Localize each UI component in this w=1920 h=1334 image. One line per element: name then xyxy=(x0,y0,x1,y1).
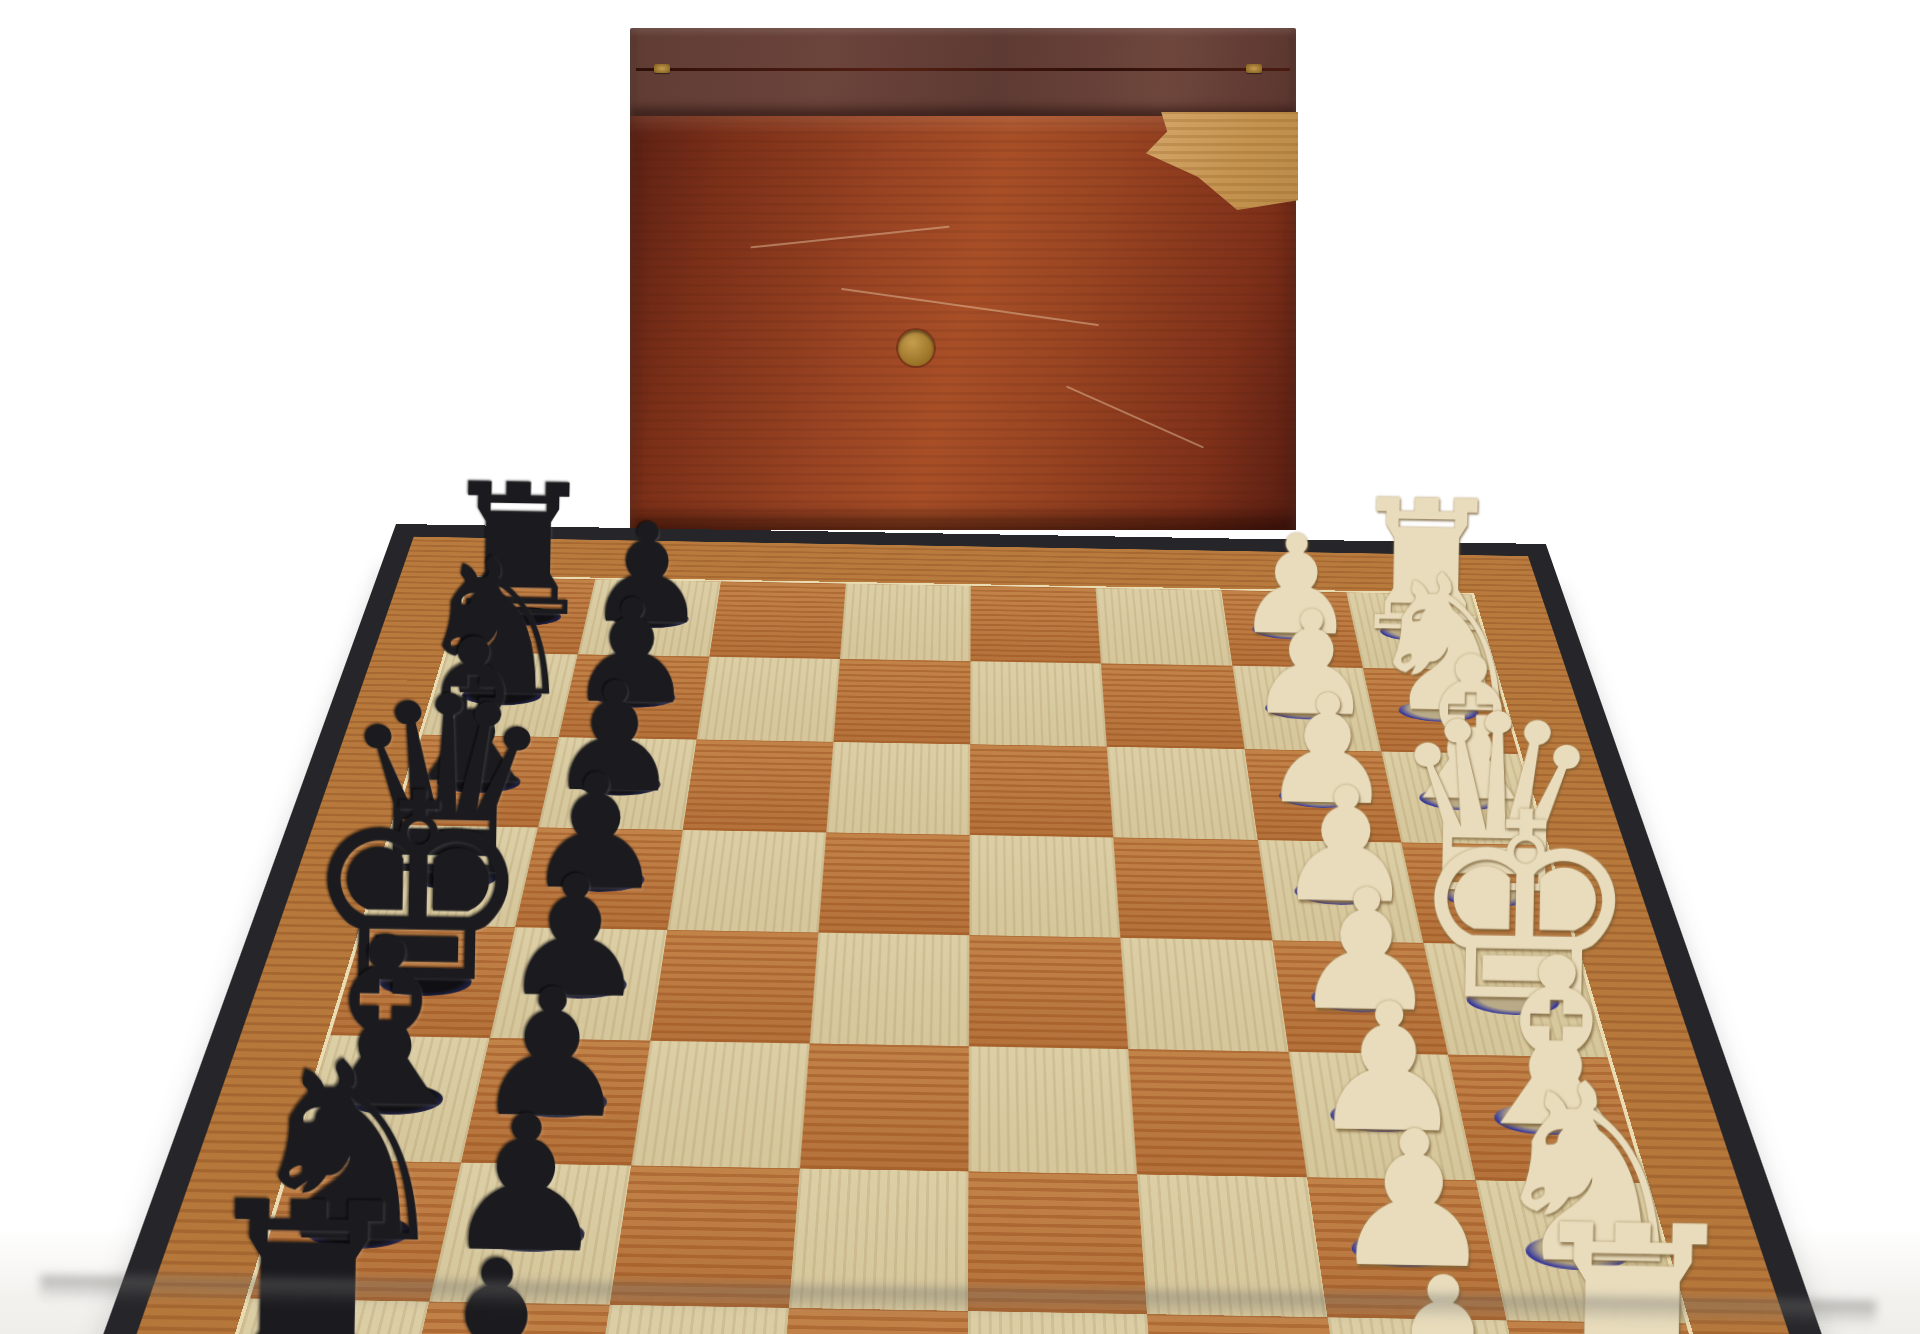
scratch-mark xyxy=(1066,386,1204,449)
box-lid-top xyxy=(630,28,1296,116)
piece-black-rook: ♜ xyxy=(187,1166,427,1334)
chess-board: ♜♟♟♜♞♟♟♞♝♟♟♝♛♟♟♛♚♟♟♚♝♟♟♝♞♟♟♞♜♟♟♜ xyxy=(13,524,1920,1334)
square xyxy=(809,933,969,1047)
square xyxy=(970,744,1114,837)
box-front-panel xyxy=(630,116,1296,530)
square xyxy=(1101,664,1244,749)
square xyxy=(818,832,970,935)
square xyxy=(826,742,970,835)
square xyxy=(969,835,1120,938)
square xyxy=(631,1041,810,1168)
square xyxy=(696,657,839,742)
square xyxy=(970,661,1107,746)
square xyxy=(1096,588,1232,666)
veneer-damage-patch xyxy=(1146,112,1298,210)
brass-escutcheon-icon xyxy=(898,330,934,366)
square xyxy=(1129,1049,1307,1176)
board-scene: ♜♟♟♜♞♟♟♞♝♟♟♝♛♟♟♛♚♟♟♚♝♟♟♝♞♟♟♞♜♟♟♜ xyxy=(396,534,1502,1334)
square xyxy=(682,739,833,832)
square xyxy=(1121,938,1289,1052)
square xyxy=(1114,837,1272,940)
board-inlay-line: ♜♟♟♜♞♟♟♞♝♟♟♝♛♟♟♛♚♟♟♚♝♟♟♝♞♟♟♞♜♟♟♜ xyxy=(196,575,1738,1334)
square xyxy=(969,935,1129,1049)
square xyxy=(667,830,826,933)
square xyxy=(968,1047,1137,1174)
square xyxy=(1107,746,1257,839)
wooden-storage-box xyxy=(630,28,1296,530)
square xyxy=(970,586,1101,664)
square xyxy=(840,584,971,662)
photo-stage: ♜♟♟♜♞♟♟♞♝♟♟♝♛♟♟♛♚♟♟♚♝♟♟♝♞♟♟♞♜♟♟♜ xyxy=(0,0,1920,1334)
brass-hinge-icon xyxy=(1246,64,1262,73)
square xyxy=(650,930,818,1044)
board-squares: ♜♟♟♜♞♟♟♞♝♟♟♝♛♟♟♛♚♟♟♚♝♟♟♝♞♟♟♞♜♟♟♜ xyxy=(202,577,1732,1334)
box-lid-seam xyxy=(636,68,1290,71)
scratch-mark xyxy=(841,288,1099,326)
square xyxy=(833,659,970,744)
scratch-mark xyxy=(750,226,949,249)
square xyxy=(800,1044,969,1171)
brass-hinge-icon xyxy=(654,64,670,73)
square xyxy=(709,582,846,660)
